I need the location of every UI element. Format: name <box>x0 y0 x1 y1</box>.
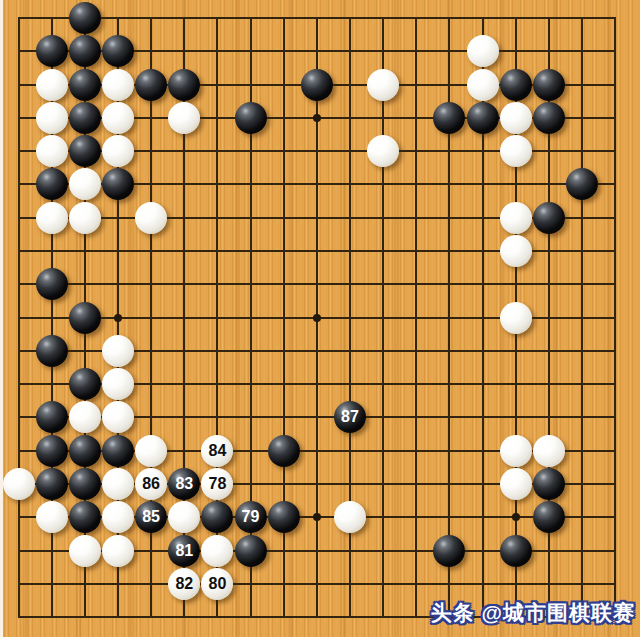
move-78-white-stone: 78 <box>201 468 233 500</box>
star-point <box>114 314 122 322</box>
black-stone <box>69 135 101 167</box>
black-stone <box>69 368 101 400</box>
go-board[interactable]: 87848683788579818280 头条 @城市围棋联赛 <box>0 0 640 637</box>
black-stone <box>235 102 267 134</box>
white-stone <box>467 35 499 67</box>
grid-line-v <box>415 17 417 618</box>
black-stone <box>235 535 267 567</box>
white-stone <box>168 102 200 134</box>
move-number-label: 86 <box>135 468 167 500</box>
white-stone <box>500 202 532 234</box>
white-stone <box>135 202 167 234</box>
white-stone <box>367 135 399 167</box>
white-stone <box>69 401 101 433</box>
white-stone <box>500 435 532 467</box>
white-stone <box>102 501 134 533</box>
watermark-text: 头条 @城市围棋联赛 <box>431 599 635 627</box>
black-stone <box>36 401 68 433</box>
white-stone <box>102 468 134 500</box>
black-stone <box>301 69 333 101</box>
white-stone <box>500 235 532 267</box>
grid-line-v <box>614 17 616 618</box>
black-stone <box>69 69 101 101</box>
move-81-black-stone: 81 <box>168 535 200 567</box>
move-83-black-stone: 83 <box>168 468 200 500</box>
white-stone <box>102 69 134 101</box>
white-stone <box>102 335 134 367</box>
black-stone <box>467 102 499 134</box>
black-stone <box>69 501 101 533</box>
black-stone <box>69 2 101 34</box>
white-stone <box>36 501 68 533</box>
move-number-label: 80 <box>201 568 233 600</box>
white-stone <box>102 368 134 400</box>
black-stone <box>533 102 565 134</box>
white-stone <box>467 69 499 101</box>
white-stone <box>168 501 200 533</box>
black-stone <box>102 435 134 467</box>
move-86-white-stone: 86 <box>135 468 167 500</box>
white-stone <box>102 135 134 167</box>
move-84-white-stone: 84 <box>201 435 233 467</box>
black-stone <box>533 468 565 500</box>
white-stone <box>500 468 532 500</box>
move-number-label: 78 <box>201 468 233 500</box>
black-stone <box>533 69 565 101</box>
black-stone <box>36 335 68 367</box>
black-stone <box>268 501 300 533</box>
white-stone <box>500 302 532 334</box>
black-stone <box>566 168 598 200</box>
grid-line-v <box>382 17 384 618</box>
move-80-white-stone: 80 <box>201 568 233 600</box>
black-stone <box>168 69 200 101</box>
black-stone <box>69 102 101 134</box>
white-stone <box>3 468 35 500</box>
black-stone <box>36 435 68 467</box>
black-stone <box>201 501 233 533</box>
white-stone <box>36 202 68 234</box>
star-point <box>313 314 321 322</box>
white-stone <box>36 69 68 101</box>
move-82-white-stone: 82 <box>168 568 200 600</box>
move-79-black-stone: 79 <box>235 501 267 533</box>
white-stone <box>500 135 532 167</box>
star-point <box>313 114 321 122</box>
black-stone <box>135 69 167 101</box>
black-stone <box>500 69 532 101</box>
black-stone <box>36 35 68 67</box>
black-stone <box>500 535 532 567</box>
move-number-label: 82 <box>168 568 200 600</box>
white-stone <box>201 535 233 567</box>
white-stone <box>334 501 366 533</box>
white-stone <box>533 435 565 467</box>
white-stone <box>69 535 101 567</box>
black-stone <box>36 168 68 200</box>
white-stone <box>69 202 101 234</box>
black-stone <box>433 102 465 134</box>
white-stone <box>135 435 167 467</box>
black-stone <box>36 268 68 300</box>
star-point <box>313 513 321 521</box>
black-stone <box>69 435 101 467</box>
move-87-black-stone: 87 <box>334 401 366 433</box>
black-stone <box>533 501 565 533</box>
grid-line-v <box>581 17 583 618</box>
black-stone <box>36 468 68 500</box>
black-stone <box>268 435 300 467</box>
grid-line-h <box>18 583 617 585</box>
move-number-label: 85 <box>135 501 167 533</box>
white-stone <box>36 102 68 134</box>
move-number-label: 83 <box>168 468 200 500</box>
move-85-black-stone: 85 <box>135 501 167 533</box>
black-stone <box>69 35 101 67</box>
white-stone <box>102 401 134 433</box>
move-number-label: 87 <box>334 401 366 433</box>
white-stone <box>367 69 399 101</box>
move-number-label: 79 <box>235 501 267 533</box>
black-stone <box>533 202 565 234</box>
move-number-label: 84 <box>201 435 233 467</box>
black-stone <box>433 535 465 567</box>
black-stone <box>102 168 134 200</box>
black-stone <box>102 35 134 67</box>
white-stone <box>36 135 68 167</box>
photo-edge-strip <box>0 0 3 637</box>
star-point <box>512 513 520 521</box>
white-stone <box>500 102 532 134</box>
black-stone <box>69 468 101 500</box>
move-number-label: 81 <box>168 535 200 567</box>
white-stone <box>102 102 134 134</box>
white-stone <box>69 168 101 200</box>
white-stone <box>102 535 134 567</box>
black-stone <box>69 302 101 334</box>
